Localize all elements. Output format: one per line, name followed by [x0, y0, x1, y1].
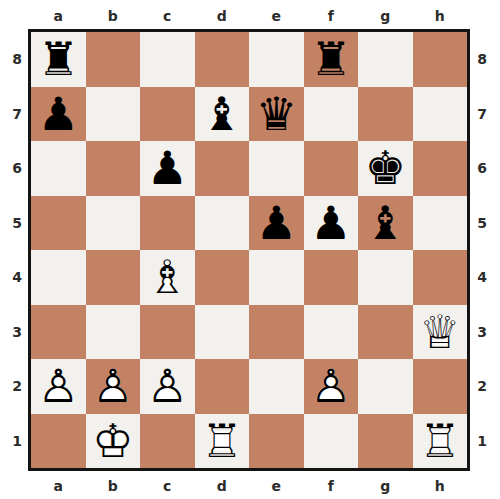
piece-glyph: ♜: [304, 32, 359, 87]
square-c8[interactable]: [140, 32, 195, 87]
square-h6[interactable]: [413, 141, 468, 196]
piece-glyph: ♜: [31, 32, 86, 87]
black-queen[interactable]: ♛: [249, 87, 304, 142]
square-h2[interactable]: [413, 359, 468, 414]
file-label-b: b: [86, 7, 141, 25]
black-bishop[interactable]: ♝: [358, 196, 413, 251]
square-d8[interactable]: [195, 32, 250, 87]
rank-labels-left: 87654321: [7, 32, 27, 468]
file-label-d: d: [195, 7, 250, 25]
file-label-d: d: [195, 477, 250, 495]
square-d7[interactable]: ♝: [195, 87, 250, 142]
square-e4[interactable]: [249, 250, 304, 305]
piece-glyph: ♟: [140, 141, 195, 196]
square-b7[interactable]: [86, 87, 141, 142]
square-g7[interactable]: [358, 87, 413, 142]
square-f3[interactable]: [304, 305, 359, 360]
square-c2[interactable]: ♟♙: [140, 359, 195, 414]
rank-label-8: 8: [472, 32, 492, 87]
rank-label-5: 5: [7, 196, 27, 251]
square-a1[interactable]: [31, 414, 86, 469]
square-e2[interactable]: [249, 359, 304, 414]
piece-glyph: ♝: [358, 196, 413, 251]
black-rook[interactable]: ♜: [31, 32, 86, 87]
rank-label-2: 2: [472, 359, 492, 414]
square-f2[interactable]: ♟♙: [304, 359, 359, 414]
square-b3[interactable]: [86, 305, 141, 360]
square-e5[interactable]: ♟: [249, 196, 304, 251]
square-a8[interactable]: ♜: [31, 32, 86, 87]
square-b8[interactable]: [86, 32, 141, 87]
square-c3[interactable]: [140, 305, 195, 360]
square-g2[interactable]: [358, 359, 413, 414]
square-f7[interactable]: [304, 87, 359, 142]
square-h8[interactable]: [413, 32, 468, 87]
file-label-g: g: [358, 7, 413, 25]
square-c4[interactable]: ♝♗: [140, 250, 195, 305]
square-h7[interactable]: [413, 87, 468, 142]
file-label-a: a: [31, 477, 86, 495]
white-pawn[interactable]: ♟♙: [86, 359, 141, 414]
square-a5[interactable]: [31, 196, 86, 251]
black-pawn[interactable]: ♟: [304, 196, 359, 251]
square-g6[interactable]: ♚: [358, 141, 413, 196]
square-e3[interactable]: [249, 305, 304, 360]
square-d1[interactable]: ♜♖: [195, 414, 250, 469]
square-e8[interactable]: [249, 32, 304, 87]
file-label-e: e: [249, 7, 304, 25]
file-label-c: c: [140, 7, 195, 25]
file-label-c: c: [140, 477, 195, 495]
square-b2[interactable]: ♟♙: [86, 359, 141, 414]
rank-label-1: 1: [7, 414, 27, 469]
white-pawn[interactable]: ♟♙: [304, 359, 359, 414]
piece-outline: ♖: [413, 414, 468, 469]
square-b6[interactable]: [86, 141, 141, 196]
file-label-e: e: [249, 477, 304, 495]
rank-label-6: 6: [472, 141, 492, 196]
rank-labels-right: 87654321: [472, 32, 492, 468]
square-a4[interactable]: [31, 250, 86, 305]
piece-glyph: ♟: [249, 196, 304, 251]
white-queen[interactable]: ♛♕: [413, 305, 468, 360]
chess-board: ♜♜♟♝♛♟♚♟♟♝♝♗♛♕♟♙♟♙♟♙♟♙♚♔♜♖♜♖: [28, 29, 470, 471]
file-label-f: f: [304, 477, 359, 495]
file-label-h: h: [413, 7, 468, 25]
square-h4[interactable]: [413, 250, 468, 305]
square-d2[interactable]: [195, 359, 250, 414]
square-g1[interactable]: [358, 414, 413, 469]
square-g8[interactable]: [358, 32, 413, 87]
square-c5[interactable]: [140, 196, 195, 251]
piece-outline: ♙: [31, 359, 86, 414]
rank-label-8: 8: [7, 32, 27, 87]
square-a2[interactable]: ♟♙: [31, 359, 86, 414]
file-label-f: f: [304, 7, 359, 25]
square-c7[interactable]: [140, 87, 195, 142]
rank-label-7: 7: [7, 87, 27, 142]
white-rook[interactable]: ♜♖: [413, 414, 468, 469]
white-rook[interactable]: ♜♖: [195, 414, 250, 469]
piece-glyph: ♟: [304, 196, 359, 251]
square-b5[interactable]: [86, 196, 141, 251]
square-h1[interactable]: ♜♖: [413, 414, 468, 469]
piece-glyph: ♚: [358, 141, 413, 196]
square-g5[interactable]: ♝: [358, 196, 413, 251]
black-king[interactable]: ♚: [358, 141, 413, 196]
square-c6[interactable]: ♟: [140, 141, 195, 196]
black-pawn[interactable]: ♟: [140, 141, 195, 196]
rank-label-5: 5: [472, 196, 492, 251]
white-pawn[interactable]: ♟♙: [140, 359, 195, 414]
square-d5[interactable]: [195, 196, 250, 251]
square-e6[interactable]: [249, 141, 304, 196]
rank-label-4: 4: [7, 250, 27, 305]
piece-outline: ♕: [413, 305, 468, 360]
square-d6[interactable]: [195, 141, 250, 196]
piece-outline: ♗: [140, 250, 195, 305]
chessboard-diagram: abcdefgh 87654321 ♜♜♟♝♛♟♚♟♟♝♝♗♛♕♟♙♟♙♟♙♟♙…: [0, 0, 500, 499]
square-h5[interactable]: [413, 196, 468, 251]
piece-outline: ♙: [304, 359, 359, 414]
square-d4[interactable]: [195, 250, 250, 305]
piece-outline: ♖: [195, 414, 250, 469]
rank-label-2: 2: [7, 359, 27, 414]
piece-outline: ♙: [140, 359, 195, 414]
square-e1[interactable]: [249, 414, 304, 469]
square-h3[interactable]: ♛♕: [413, 305, 468, 360]
white-pawn[interactable]: ♟♙: [31, 359, 86, 414]
file-labels-top: abcdefgh: [31, 7, 467, 25]
rank-label-3: 3: [472, 305, 492, 360]
square-e7[interactable]: ♛: [249, 87, 304, 142]
square-a6[interactable]: [31, 141, 86, 196]
square-f5[interactable]: ♟: [304, 196, 359, 251]
square-f4[interactable]: [304, 250, 359, 305]
rank-label-7: 7: [472, 87, 492, 142]
square-g3[interactable]: [358, 305, 413, 360]
black-bishop[interactable]: ♝: [195, 87, 250, 142]
black-pawn[interactable]: ♟: [31, 87, 86, 142]
square-g4[interactable]: [358, 250, 413, 305]
black-rook[interactable]: ♜: [304, 32, 359, 87]
rank-label-4: 4: [472, 250, 492, 305]
file-label-a: a: [31, 7, 86, 25]
piece-outline: ♔: [86, 414, 141, 469]
square-a3[interactable]: [31, 305, 86, 360]
piece-glyph: ♟: [31, 87, 86, 142]
black-pawn[interactable]: ♟: [249, 196, 304, 251]
square-f8[interactable]: ♜: [304, 32, 359, 87]
file-label-g: g: [358, 477, 413, 495]
square-c1[interactable]: [140, 414, 195, 469]
piece-outline: ♙: [86, 359, 141, 414]
rank-label-6: 6: [7, 141, 27, 196]
rank-label-1: 1: [472, 414, 492, 469]
file-label-b: b: [86, 477, 141, 495]
square-f6[interactable]: [304, 141, 359, 196]
piece-glyph: ♝: [195, 87, 250, 142]
white-king[interactable]: ♚♔: [86, 414, 141, 469]
square-d3[interactable]: [195, 305, 250, 360]
file-labels-bottom: abcdefgh: [31, 477, 467, 495]
square-f1[interactable]: [304, 414, 359, 469]
white-bishop[interactable]: ♝♗: [140, 250, 195, 305]
file-label-h: h: [413, 477, 468, 495]
square-a7[interactable]: ♟: [31, 87, 86, 142]
square-b4[interactable]: [86, 250, 141, 305]
rank-label-3: 3: [7, 305, 27, 360]
square-b1[interactable]: ♚♔: [86, 414, 141, 469]
piece-glyph: ♛: [249, 87, 304, 142]
